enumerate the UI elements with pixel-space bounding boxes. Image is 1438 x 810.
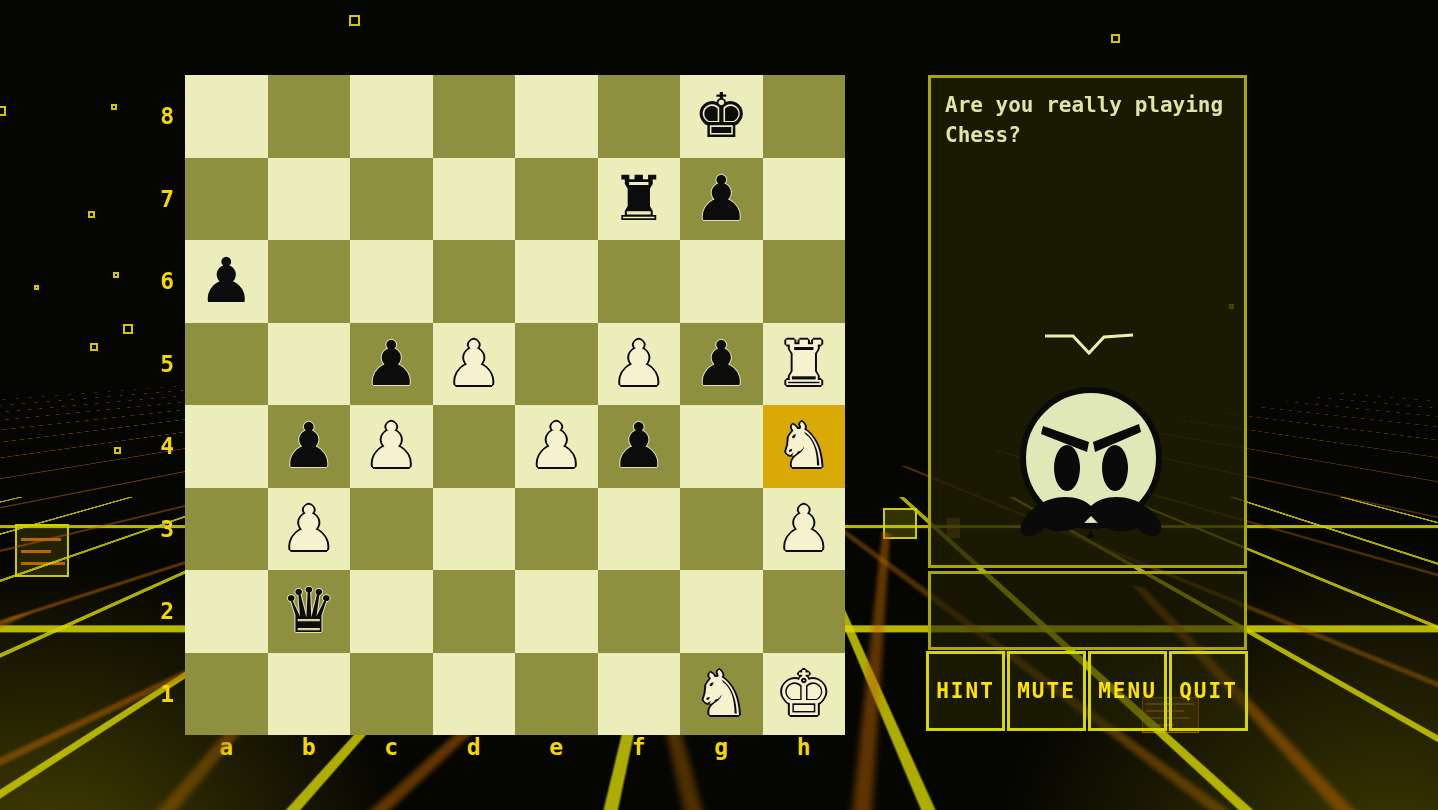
square-d3[interactable] [433,488,516,571]
square-f7[interactable]: ♜ [598,158,681,241]
file-label-c: c [350,733,433,761]
rank-label-1: 1 [146,653,180,736]
square-a1[interactable] [185,653,268,736]
piece-white-n-g1[interactable]: ♞ [693,653,749,735]
file-label-d: d [433,733,516,761]
piece-black-p-g7[interactable]: ♟ [693,158,749,240]
square-e6[interactable] [515,240,598,323]
piece-white-n-h4[interactable]: ♞ [776,405,832,487]
square-f3[interactable] [598,488,681,571]
particle [1111,34,1120,43]
square-c6[interactable] [350,240,433,323]
rank-labels: 87654321 [146,75,180,735]
square-a8[interactable] [185,75,268,158]
square-h4[interactable]: ♞ [763,405,846,488]
square-d6[interactable] [433,240,516,323]
square-b7[interactable] [268,158,351,241]
square-g4[interactable] [680,405,763,488]
rank-label-5: 5 [146,323,180,406]
rank-label-6: 6 [146,240,180,323]
file-label-g: g [680,733,763,761]
rank-label-2: 2 [146,570,180,653]
piece-black-p-b4[interactable]: ♟ [281,405,337,487]
particle [113,272,119,278]
particle [111,104,117,110]
square-b8[interactable] [268,75,351,158]
particle [90,343,98,351]
file-label-e: e [515,733,598,761]
square-g1[interactable]: ♞ [680,653,763,736]
square-c7[interactable] [350,158,433,241]
particle [123,324,133,334]
piece-black-k-g8[interactable]: ♚ [693,75,749,157]
square-b6[interactable] [268,240,351,323]
menu-button-row: HINT MUTE MENU QUIT [926,651,1248,731]
particle-filled [883,508,917,539]
square-d7[interactable] [433,158,516,241]
square-h1[interactable]: ♚ [763,653,846,736]
square-e8[interactable] [515,75,598,158]
particle [88,211,95,218]
square-a5[interactable] [185,323,268,406]
square-d4[interactable] [433,405,516,488]
rank-label-8: 8 [146,75,180,158]
square-f6[interactable] [598,240,681,323]
square-h2[interactable] [763,570,846,653]
piece-white-p-d5[interactable]: ♟ [446,323,502,405]
square-b1[interactable] [268,653,351,736]
opponent-message: Are you really playing Chess? [931,78,1244,162]
mute-button[interactable]: MUTE [1007,651,1086,731]
piece-black-p-f4[interactable]: ♟ [611,405,667,487]
file-label-f: f [598,733,681,761]
piece-white-p-b3[interactable]: ♟ [281,488,337,570]
file-label-b: b [268,733,351,761]
menu-button[interactable]: MENU [1088,651,1167,731]
square-c5[interactable]: ♟ [350,323,433,406]
chess-board[interactable]: ♚♜♟♟♟♟♟♟♜♟♟♟♟♞♟♟♛♞♚ [185,75,845,735]
square-d2[interactable] [433,570,516,653]
panel-spacer [928,571,1247,650]
square-h3[interactable]: ♟ [763,488,846,571]
square-c4[interactable]: ♟ [350,405,433,488]
square-a3[interactable] [185,488,268,571]
square-f8[interactable] [598,75,681,158]
square-a6[interactable]: ♟ [185,240,268,323]
square-e2[interactable] [515,570,598,653]
opponent-message-line2: Chess? [945,120,1230,150]
piece-black-r-f7[interactable]: ♜ [611,158,667,240]
square-d8[interactable] [433,75,516,158]
square-a4[interactable] [185,405,268,488]
piece-black-p-c5[interactable]: ♟ [363,323,419,405]
square-g6[interactable] [680,240,763,323]
square-c8[interactable] [350,75,433,158]
piece-black-p-a6[interactable]: ♟ [198,240,254,322]
game-screen: 87654321 abcdefgh ♚♜♟♟♟♟♟♟♜♟♟♟♟♞♟♟♛♞♚ Ar… [0,0,1438,810]
square-a2[interactable] [185,570,268,653]
square-b4[interactable]: ♟ [268,405,351,488]
piece-black-p-g5[interactable]: ♟ [693,323,749,405]
square-a7[interactable] [185,158,268,241]
square-c3[interactable] [350,488,433,571]
square-e7[interactable] [515,158,598,241]
piece-white-r-h5[interactable]: ♜ [776,323,832,405]
piece-white-p-e4[interactable]: ♟ [528,405,584,487]
square-e4[interactable]: ♟ [515,405,598,488]
piece-white-p-f5[interactable]: ♟ [611,323,667,405]
piece-white-p-h3[interactable]: ♟ [776,488,832,570]
square-d5[interactable]: ♟ [433,323,516,406]
square-h8[interactable] [763,75,846,158]
quit-button[interactable]: QUIT [1169,651,1248,731]
square-f5[interactable]: ♟ [598,323,681,406]
square-d1[interactable] [433,653,516,736]
square-e5[interactable] [515,323,598,406]
hint-button[interactable]: HINT [926,651,1005,731]
file-label-a: a [185,733,268,761]
square-b5[interactable] [268,323,351,406]
square-h7[interactable] [763,158,846,241]
piece-white-k-h1[interactable]: ♚ [776,653,832,735]
square-f2[interactable] [598,570,681,653]
square-g2[interactable] [680,570,763,653]
rank-label-7: 7 [146,158,180,241]
square-e1[interactable] [515,653,598,736]
square-c1[interactable] [350,653,433,736]
opponent-panel: Are you really playing Chess? [928,75,1247,568]
square-g8[interactable]: ♚ [680,75,763,158]
piece-black-q-b2[interactable]: ♛ [281,570,337,652]
rank-label-3: 3 [146,488,180,571]
telemetry-box [15,524,69,577]
opponent-message-line1: Are you really playing [945,90,1230,120]
square-f1[interactable] [598,653,681,736]
particle [34,285,39,290]
particle [349,15,360,26]
square-b3[interactable]: ♟ [268,488,351,571]
file-labels: abcdefgh [185,733,845,761]
rank-label-4: 4 [146,405,180,488]
particle [0,106,6,116]
opponent-avatar-icon [1009,376,1173,554]
square-b2[interactable]: ♛ [268,570,351,653]
square-g3[interactable] [680,488,763,571]
square-c2[interactable] [350,570,433,653]
square-e3[interactable] [515,488,598,571]
square-g7[interactable]: ♟ [680,158,763,241]
piece-white-p-c4[interactable]: ♟ [363,405,419,487]
square-h6[interactable] [763,240,846,323]
chevron-decoration [1041,328,1137,360]
particle [114,447,121,454]
file-label-h: h [763,733,846,761]
square-g5[interactable]: ♟ [680,323,763,406]
square-h5[interactable]: ♜ [763,323,846,406]
square-f4[interactable]: ♟ [598,405,681,488]
